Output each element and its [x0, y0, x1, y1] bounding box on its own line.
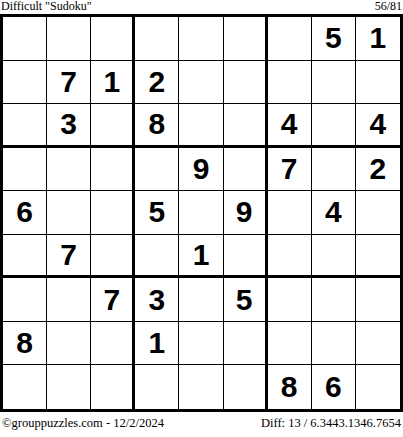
cell-r5c9[interactable]	[356, 191, 400, 235]
cell-r9c1[interactable]	[3, 365, 47, 409]
cell-r9c3[interactable]	[91, 365, 135, 409]
fill-counter: 56/81	[375, 0, 402, 13]
cell-r8c4[interactable]: 1	[135, 322, 179, 366]
cell-r5c3[interactable]	[91, 191, 135, 235]
cell-r4c8[interactable]	[312, 148, 356, 192]
cell-r8c1[interactable]: 8	[3, 322, 47, 366]
cell-r3c5[interactable]	[179, 104, 223, 148]
cell-r7c4[interactable]: 3	[135, 278, 179, 322]
cell-r6c8[interactable]	[312, 235, 356, 279]
cell-r9c9[interactable]	[356, 365, 400, 409]
cell-r6c1[interactable]	[3, 235, 47, 279]
cell-r8c9[interactable]	[356, 322, 400, 366]
cell-r1c6[interactable]	[224, 17, 268, 61]
cell-r4c9[interactable]: 2	[356, 148, 400, 192]
cell-r9c8[interactable]: 6	[312, 365, 356, 409]
cell-r7c8[interactable]	[312, 278, 356, 322]
cell-r1c4[interactable]	[135, 17, 179, 61]
cell-r3c7[interactable]: 4	[268, 104, 312, 148]
cell-r3c2[interactable]: 3	[47, 104, 91, 148]
cell-r2c4[interactable]: 2	[135, 61, 179, 105]
cell-r7c2[interactable]	[47, 278, 91, 322]
cell-r9c7[interactable]: 8	[268, 365, 312, 409]
cell-r7c7[interactable]	[268, 278, 312, 322]
cell-r8c3[interactable]	[91, 322, 135, 366]
cell-r2c1[interactable]	[3, 61, 47, 105]
cell-r6c6[interactable]	[224, 235, 268, 279]
cell-r1c3[interactable]	[91, 17, 135, 61]
cell-r5c2[interactable]	[47, 191, 91, 235]
cell-r1c7[interactable]	[268, 17, 312, 61]
cell-r9c4[interactable]	[135, 365, 179, 409]
cell-r4c3[interactable]	[91, 148, 135, 192]
cell-r2c2[interactable]: 7	[47, 61, 91, 105]
cell-r1c5[interactable]	[179, 17, 223, 61]
copyright-text: ©grouppuzzles.com - 12/2/2024	[2, 416, 164, 431]
cell-r1c1[interactable]	[3, 17, 47, 61]
cell-r6c3[interactable]	[91, 235, 135, 279]
cell-r4c7[interactable]: 7	[268, 148, 312, 192]
cell-r7c3[interactable]: 7	[91, 278, 135, 322]
cell-r2c6[interactable]	[224, 61, 268, 105]
cell-r3c4[interactable]: 8	[135, 104, 179, 148]
cell-r3c1[interactable]	[3, 104, 47, 148]
cell-r2c8[interactable]	[312, 61, 356, 105]
cell-r9c2[interactable]	[47, 365, 91, 409]
cell-r5c8[interactable]: 4	[312, 191, 356, 235]
footer: ©grouppuzzles.com - 12/2/2024 Diff: 13 /…	[0, 412, 403, 437]
cell-r8c5[interactable]	[179, 322, 223, 366]
cell-r9c6[interactable]	[224, 365, 268, 409]
cell-r1c9[interactable]: 1	[356, 17, 400, 61]
cell-r3c3[interactable]	[91, 104, 135, 148]
cell-r7c1[interactable]	[3, 278, 47, 322]
cell-r3c9[interactable]: 4	[356, 104, 400, 148]
cell-r3c6[interactable]	[224, 104, 268, 148]
cell-r8c7[interactable]	[268, 322, 312, 366]
cell-r5c6[interactable]: 9	[224, 191, 268, 235]
sudoku-grid: 5171238449726594717358186	[0, 14, 403, 412]
cell-r1c8[interactable]: 5	[312, 17, 356, 61]
cell-r3c8[interactable]	[312, 104, 356, 148]
cell-r6c5[interactable]: 1	[179, 235, 223, 279]
cell-r8c2[interactable]	[47, 322, 91, 366]
cell-r2c9[interactable]	[356, 61, 400, 105]
cell-r4c4[interactable]	[135, 148, 179, 192]
cell-r7c9[interactable]	[356, 278, 400, 322]
sudoku-page: Difficult "Sudoku" 56/81 517123844972659…	[0, 0, 403, 437]
cell-r5c5[interactable]	[179, 191, 223, 235]
puzzle-title: Difficult "Sudoku"	[1, 0, 92, 13]
cell-r4c2[interactable]	[47, 148, 91, 192]
cell-r2c3[interactable]: 1	[91, 61, 135, 105]
cell-r7c5[interactable]	[179, 278, 223, 322]
header: Difficult "Sudoku" 56/81	[0, 0, 403, 14]
cell-r4c5[interactable]: 9	[179, 148, 223, 192]
cell-r6c2[interactable]: 7	[47, 235, 91, 279]
cell-r4c6[interactable]	[224, 148, 268, 192]
cell-r6c7[interactable]	[268, 235, 312, 279]
cell-r2c7[interactable]	[268, 61, 312, 105]
cell-r6c4[interactable]	[135, 235, 179, 279]
cell-r9c5[interactable]	[179, 365, 223, 409]
cell-r7c6[interactable]: 5	[224, 278, 268, 322]
cell-r5c1[interactable]: 6	[3, 191, 47, 235]
cell-r5c7[interactable]	[268, 191, 312, 235]
cell-r8c6[interactable]	[224, 322, 268, 366]
cell-r4c1[interactable]	[3, 148, 47, 192]
difficulty-text: Diff: 13 / 6.3443.1346.7654	[261, 416, 401, 431]
cell-r1c2[interactable]	[47, 17, 91, 61]
cell-r5c4[interactable]: 5	[135, 191, 179, 235]
cell-r6c9[interactable]	[356, 235, 400, 279]
cell-r2c5[interactable]	[179, 61, 223, 105]
cell-r8c8[interactable]	[312, 322, 356, 366]
